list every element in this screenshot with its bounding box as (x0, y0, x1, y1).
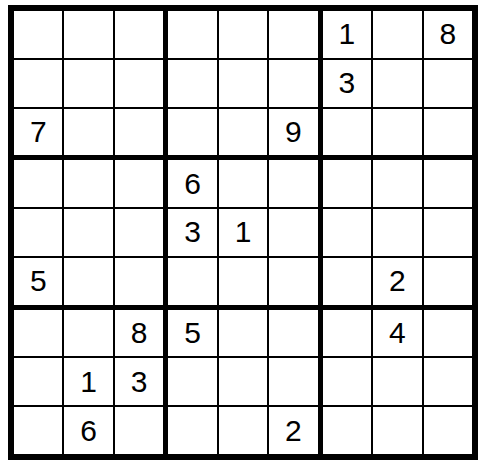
cell-r6c8[interactable]: 2 (373, 258, 421, 305)
cell-r3c2[interactable] (64, 109, 112, 156)
cell-r2c9[interactable] (424, 60, 472, 107)
cell-r7c6[interactable] (269, 310, 317, 357)
cell-r8c4[interactable] (168, 358, 216, 405)
cell-r6c6[interactable] (269, 258, 317, 305)
cell-r5c1[interactable] (14, 209, 62, 256)
cell-r3c6[interactable]: 9 (269, 109, 317, 156)
cell-r6c4[interactable] (168, 258, 216, 305)
cell-r7c1[interactable] (14, 310, 62, 357)
cell-r4c9[interactable] (424, 160, 472, 207)
cell-r9c7[interactable] (323, 407, 371, 454)
cell-r7c4[interactable]: 5 (168, 310, 216, 357)
cell-r6c9[interactable] (424, 258, 472, 305)
cell-r3c4[interactable] (168, 109, 216, 156)
cell-r9c2[interactable]: 6 (64, 407, 112, 454)
cell-r7c8[interactable]: 4 (373, 310, 421, 357)
sudoku-box-7: 8136 (14, 310, 163, 454)
cell-r8c8[interactable] (373, 358, 421, 405)
cell-r4c6[interactable] (269, 160, 317, 207)
cell-r5c2[interactable] (64, 209, 112, 256)
cell-r8c2[interactable]: 1 (64, 358, 112, 405)
cell-r6c1[interactable]: 5 (14, 258, 62, 305)
sudoku-box-8: 52 (168, 310, 317, 454)
cell-r2c1[interactable] (14, 60, 62, 107)
cell-r2c3[interactable] (115, 60, 163, 107)
cell-r6c5[interactable] (219, 258, 267, 305)
cell-r5c6[interactable] (269, 209, 317, 256)
sudoku-board: 79183563128136524 (8, 5, 478, 460)
sudoku-box-6: 2 (323, 160, 472, 304)
cell-r1c7[interactable]: 1 (323, 11, 371, 58)
cell-r1c6[interactable] (269, 11, 317, 58)
cell-r4c1[interactable] (14, 160, 62, 207)
cell-r7c7[interactable] (323, 310, 371, 357)
cell-r8c7[interactable] (323, 358, 371, 405)
cell-r4c3[interactable] (115, 160, 163, 207)
cell-r5c4[interactable]: 3 (168, 209, 216, 256)
cell-r1c3[interactable] (115, 11, 163, 58)
cell-r1c2[interactable] (64, 11, 112, 58)
cell-r1c8[interactable] (373, 11, 421, 58)
cell-r3c8[interactable] (373, 109, 421, 156)
cell-r8c5[interactable] (219, 358, 267, 405)
cell-r4c5[interactable] (219, 160, 267, 207)
cell-r3c1[interactable]: 7 (14, 109, 62, 156)
cell-r7c5[interactable] (219, 310, 267, 357)
cell-r4c7[interactable] (323, 160, 371, 207)
cell-r7c3[interactable]: 8 (115, 310, 163, 357)
cell-r9c3[interactable] (115, 407, 163, 454)
cell-r4c2[interactable] (64, 160, 112, 207)
sudoku-box-5: 631 (168, 160, 317, 304)
cell-r4c8[interactable] (373, 160, 421, 207)
cell-r4c4[interactable]: 6 (168, 160, 216, 207)
cell-r5c8[interactable] (373, 209, 421, 256)
cell-r5c5[interactable]: 1 (219, 209, 267, 256)
cell-r8c1[interactable] (14, 358, 62, 405)
cell-r9c1[interactable] (14, 407, 62, 454)
sudoku-page: 79183563128136524 (0, 0, 488, 468)
cell-r2c2[interactable] (64, 60, 112, 107)
cell-r9c5[interactable] (219, 407, 267, 454)
cell-r1c5[interactable] (219, 11, 267, 58)
cell-r2c6[interactable] (269, 60, 317, 107)
sudoku-box-1: 7 (14, 11, 163, 155)
cell-r2c5[interactable] (219, 60, 267, 107)
cell-r3c9[interactable] (424, 109, 472, 156)
cell-r2c7[interactable]: 3 (323, 60, 371, 107)
sudoku-box-4: 5 (14, 160, 163, 304)
sudoku-box-2: 9 (168, 11, 317, 155)
cell-r3c5[interactable] (219, 109, 267, 156)
cell-r2c4[interactable] (168, 60, 216, 107)
cell-r8c6[interactable] (269, 358, 317, 405)
sudoku-box-3: 183 (323, 11, 472, 155)
cell-r2c8[interactable] (373, 60, 421, 107)
cell-r1c1[interactable] (14, 11, 62, 58)
cell-r5c7[interactable] (323, 209, 371, 256)
cell-r9c9[interactable] (424, 407, 472, 454)
cell-r1c9[interactable]: 8 (424, 11, 472, 58)
cell-r8c3[interactable]: 3 (115, 358, 163, 405)
cell-r5c9[interactable] (424, 209, 472, 256)
cell-r6c3[interactable] (115, 258, 163, 305)
cell-r5c3[interactable] (115, 209, 163, 256)
cell-r7c9[interactable] (424, 310, 472, 357)
cell-r9c4[interactable] (168, 407, 216, 454)
cell-r7c2[interactable] (64, 310, 112, 357)
cell-r9c6[interactable]: 2 (269, 407, 317, 454)
cell-r1c4[interactable] (168, 11, 216, 58)
cell-r6c7[interactable] (323, 258, 371, 305)
sudoku-box-9: 4 (323, 310, 472, 454)
cell-r8c9[interactable] (424, 358, 472, 405)
cell-r3c7[interactable] (323, 109, 371, 156)
cell-r9c8[interactable] (373, 407, 421, 454)
cell-r3c3[interactable] (115, 109, 163, 156)
cell-r6c2[interactable] (64, 258, 112, 305)
